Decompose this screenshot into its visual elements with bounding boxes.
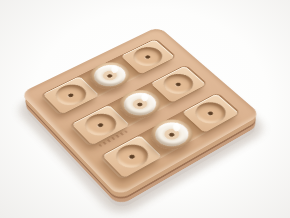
treat-hole	[207, 110, 214, 115]
photo-background	[0, 0, 290, 218]
board-top-face	[20, 26, 261, 196]
treat-hole	[128, 153, 135, 158]
treat-hole	[145, 54, 152, 58]
bowl-recess	[110, 140, 154, 173]
bowl-recess	[50, 81, 92, 110]
puzzle-board	[20, 26, 261, 196]
specular-highlight	[141, 93, 148, 101]
treat-hole	[97, 122, 104, 127]
specular-highlight	[173, 123, 180, 132]
specular-highlight	[111, 65, 119, 73]
treat-hole	[175, 82, 182, 87]
treat-hole	[68, 92, 75, 97]
bowl-recess	[128, 43, 168, 70]
bowl-recess	[158, 70, 199, 98]
slider-block-r1c3[interactable]	[121, 39, 175, 74]
slider-block-r2c3[interactable]	[151, 66, 207, 103]
bowl-recess	[189, 98, 231, 128]
